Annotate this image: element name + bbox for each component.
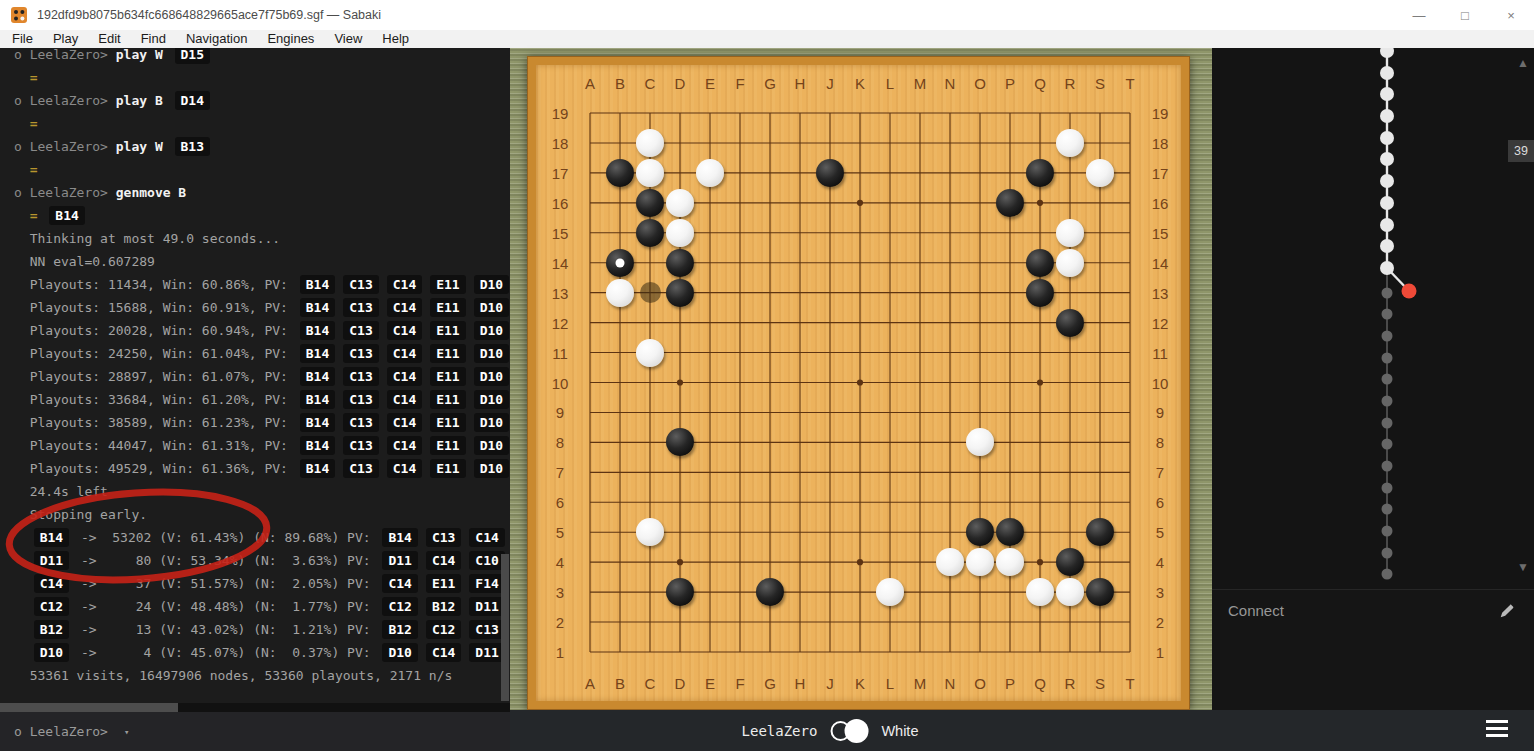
console-text: -> 37 (V: 51.57%) (N: 2.05%) PV:: [73, 576, 378, 591]
board-coordinate: 8: [1156, 434, 1164, 451]
gtp-console-log[interactable]: o LeelaZero> play W D15 =o LeelaZero> pl…: [0, 48, 510, 703]
console-text: [14, 622, 30, 637]
move-chip[interactable]: C12: [34, 597, 69, 616]
board-coordinate: 12: [1152, 314, 1169, 331]
game-tree-graph: [1212, 48, 1534, 589]
console-text: o LeelaZero>: [14, 93, 116, 108]
black-stone-D14: [666, 249, 694, 277]
console-text: genmove B: [116, 185, 186, 200]
move-chip[interactable]: E11: [430, 413, 465, 432]
move-chip[interactable]: D10: [382, 643, 417, 662]
console-text: Playouts: 24250, Win: 61.04%, PV:: [14, 346, 296, 361]
board-coordinate: 2: [556, 614, 564, 631]
white-stone-C18: [636, 129, 664, 157]
tree-node[interactable]: [1382, 396, 1393, 407]
engine-dropdown-arrow[interactable]: ▾: [124, 727, 129, 737]
move-chip[interactable]: C14: [382, 574, 417, 593]
console-text: play B: [116, 93, 171, 108]
board-coordinate: E: [705, 75, 715, 92]
board-coordinate: L: [886, 75, 894, 92]
move-chip[interactable]: C13: [469, 620, 504, 639]
board-coordinate: J: [826, 675, 834, 692]
move-chip[interactable]: C12: [426, 620, 461, 639]
board-coordinate: S: [1095, 75, 1105, 92]
black-stone-G3: [756, 578, 784, 606]
move-chip[interactable]: D11: [34, 551, 69, 570]
console-text: =: [14, 162, 37, 177]
white-stone-N4: [936, 548, 964, 576]
tree-node[interactable]: [1382, 504, 1393, 515]
move-number-badge: 39: [1508, 140, 1534, 162]
board-coordinate: S: [1095, 675, 1105, 692]
menu-edit[interactable]: Edit: [88, 30, 130, 48]
board-coordinate: K: [855, 75, 865, 92]
console-text: -> 4 (V: 45.07%) (N: 0.37%) PV:: [73, 645, 378, 660]
console-line: Playouts: 20028, Win: 60.94%, PV: B14C13…: [14, 319, 510, 342]
board-coordinate: 1: [1156, 644, 1164, 661]
console-line: o LeelaZero> play W D15: [14, 48, 510, 66]
board-grid: [527, 56, 1190, 710]
board-coordinate: Q: [1034, 675, 1046, 692]
board-coordinate: F: [735, 675, 744, 692]
console-text: -> 53202 (V: 61.43%) (N: 89.68%) PV:: [73, 530, 378, 545]
console-text: Playouts: 33684, Win: 61.20%, PV:: [14, 392, 296, 407]
board-coordinate: 6: [1156, 494, 1164, 511]
tree-node[interactable]: [1380, 87, 1394, 101]
console-text: Thinking at most 49.0 seconds...: [14, 231, 280, 246]
move-chip[interactable]: E11: [430, 390, 465, 409]
tree-node[interactable]: [1382, 374, 1393, 385]
move-chip[interactable]: C14: [387, 390, 422, 409]
console-line: C12 -> 24 (V: 48.48%) (N: 1.77%) PV: C12…: [14, 595, 510, 618]
move-chip[interactable]: E11: [430, 275, 465, 294]
board-coordinate: 15: [1152, 224, 1169, 241]
board-coordinate: R: [1065, 675, 1076, 692]
console-line: Playouts: 44047, Win: 61.31%, PV: B14C13…: [14, 434, 510, 457]
move-chip[interactable]: D10: [474, 436, 509, 455]
black-stone-Q17: [1026, 159, 1054, 187]
white-stone-D16: [666, 189, 694, 217]
black-stone-B17: [606, 159, 634, 187]
menu-engines[interactable]: Engines: [257, 30, 324, 48]
goban[interactable]: AABBCCDDEEFFGGHHJJKKLLMMNNOOPPQQRRSSTT19…: [527, 56, 1190, 710]
console-input-bar[interactable]: o LeelaZero> ▾: [0, 712, 510, 751]
move-chip[interactable]: C14: [387, 367, 422, 386]
console-text: [14, 530, 30, 545]
white-stone-B13: [606, 279, 634, 307]
console-text: Playouts: 49529, Win: 61.36%, PV:: [14, 461, 296, 476]
menu-navigation[interactable]: Navigation: [176, 30, 257, 48]
move-chip[interactable]: E11: [430, 367, 465, 386]
move-chip[interactable]: B12: [382, 620, 417, 639]
white-player-ball-icon: [844, 719, 868, 743]
game-tree-panel[interactable]: ▲ ▼ 39: [1212, 48, 1534, 589]
console-text: Playouts: 44047, Win: 61.31%, PV:: [14, 438, 296, 453]
console-line: =: [14, 66, 510, 89]
move-chip[interactable]: D11: [469, 643, 504, 662]
black-stone-Q14: [1026, 249, 1054, 277]
board-coordinate: 16: [1152, 194, 1169, 211]
black-stone-Q13: [1026, 279, 1054, 307]
white-stone-D15: [666, 219, 694, 247]
move-chip[interactable]: E11: [430, 344, 465, 363]
board-coordinate: C: [645, 75, 656, 92]
move-chip[interactable]: C14: [426, 643, 461, 662]
tree-node[interactable]: [1382, 331, 1393, 342]
move-chip[interactable]: C13: [343, 344, 378, 363]
board-coordinate: J: [826, 75, 834, 92]
move-chip[interactable]: B14: [49, 206, 84, 225]
tree-node[interactable]: [1380, 174, 1394, 188]
board-coordinate: 5: [1156, 524, 1164, 541]
tree-scroll-down-icon[interactable]: ▼: [1515, 560, 1531, 574]
menu-play[interactable]: Play: [43, 30, 88, 48]
console-text: o LeelaZero>: [14, 48, 116, 62]
board-coordinate: 13: [1152, 284, 1169, 301]
tree-scroll-up-icon[interactable]: ▲: [1515, 56, 1531, 70]
menu-hamburger-icon[interactable]: [1486, 720, 1508, 740]
move-chip[interactable]: C13: [343, 436, 378, 455]
move-chip[interactable]: E11: [430, 321, 465, 340]
move-chip[interactable]: B14: [300, 367, 335, 386]
console-text: Playouts: 38589, Win: 61.23%, PV:: [14, 415, 296, 430]
console-text: =: [14, 116, 37, 131]
move-chip[interactable]: B14: [300, 413, 335, 432]
board-coordinate: H: [795, 75, 806, 92]
move-chip[interactable]: C14: [469, 528, 504, 547]
white-stone-R14: [1056, 249, 1084, 277]
move-chip[interactable]: C14: [387, 436, 422, 455]
board-coordinate: 10: [1152, 374, 1169, 391]
board-coordinate: 3: [1156, 584, 1164, 601]
tree-node[interactable]: [1380, 218, 1394, 232]
board-coordinate: 14: [552, 254, 569, 271]
console-text: [14, 645, 30, 660]
move-chip[interactable]: D11: [469, 597, 504, 616]
board-coordinate: 10: [552, 374, 569, 391]
white-stone-P4: [996, 548, 1024, 576]
console-line: =: [14, 112, 510, 135]
console-line: o LeelaZero> play B D14: [14, 89, 510, 112]
console-line: Playouts: 24250, Win: 61.04%, PV: B14C13…: [14, 342, 510, 365]
move-chip[interactable]: B14: [300, 459, 335, 478]
board-coordinate: P: [1005, 675, 1015, 692]
menu-file[interactable]: File: [2, 30, 43, 48]
move-chip[interactable]: E11: [430, 436, 465, 455]
move-chip[interactable]: B12: [34, 620, 69, 639]
black-stone-C16: [636, 189, 664, 217]
move-chip[interactable]: C14: [387, 344, 422, 363]
console-line: D10 -> 4 (V: 45.07%) (N: 0.37%) PV: D10C…: [14, 641, 510, 664]
move-chip[interactable]: C13: [343, 321, 378, 340]
move-chip[interactable]: C14: [34, 574, 69, 593]
move-chip[interactable]: D15: [175, 48, 210, 64]
white-stone-Q3: [1026, 578, 1054, 606]
white-stone-L3: [876, 578, 904, 606]
black-stone-C15: [636, 219, 664, 247]
menu-help[interactable]: Help: [372, 30, 419, 48]
move-chip[interactable]: C13: [343, 275, 378, 294]
move-chip[interactable]: B14: [34, 528, 69, 547]
move-chip[interactable]: B14: [300, 298, 335, 317]
tree-node[interactable]: [1380, 109, 1394, 123]
white-stone-E17: [696, 159, 724, 187]
board-coordinate: C: [645, 675, 656, 692]
board-coordinate: 2: [1156, 614, 1164, 631]
board-coordinate: 8: [556, 434, 564, 451]
sabaki-app-icon: [11, 7, 27, 23]
console-text: =: [14, 208, 45, 223]
console-line: Thinking at most 49.0 seconds...: [14, 227, 510, 250]
player-color-toggle[interactable]: [830, 719, 868, 743]
console-line: =: [14, 158, 510, 181]
console-line: Stopping early.: [14, 503, 510, 526]
board-coordinate: A: [585, 675, 595, 692]
black-stone-D3: [666, 578, 694, 606]
move-chip[interactable]: E11: [430, 459, 465, 478]
move-chip[interactable]: C14: [387, 413, 422, 432]
console-text: 24.4s left: [14, 484, 108, 499]
console-text: -> 13 (V: 43.02%) (N: 1.21%) PV:: [73, 622, 378, 637]
console-text: =: [14, 70, 37, 85]
black-stone-R12: [1056, 309, 1084, 337]
move-chip[interactable]: C13: [343, 367, 378, 386]
console-line: o LeelaZero> genmove B: [14, 181, 510, 204]
console-text: Playouts: 11434, Win: 60.86%, PV:: [14, 277, 296, 292]
maximize-button[interactable]: □: [1442, 0, 1488, 30]
tree-current-node[interactable]: [1402, 284, 1417, 299]
board-coordinate: 11: [552, 344, 568, 361]
move-chip[interactable]: B12: [426, 597, 461, 616]
board-coordinate: H: [795, 675, 806, 692]
menu-find[interactable]: Find: [131, 30, 176, 48]
move-chip[interactable]: C13: [343, 459, 378, 478]
tree-node[interactable]: [1380, 48, 1394, 58]
move-chip[interactable]: D11: [382, 551, 417, 570]
console-text: [14, 576, 30, 591]
move-chip[interactable]: B14: [300, 390, 335, 409]
edit-pencil-icon[interactable]: [1498, 602, 1516, 620]
sabaki-window: 192dfd9b8075b634fc668648829665ace7f75b69…: [0, 0, 1534, 751]
board-coordinate: 12: [552, 314, 569, 331]
ghost-stone-marker: [640, 282, 661, 303]
board-coordinate: A: [585, 75, 595, 92]
console-text: o LeelaZero>: [14, 185, 116, 200]
white-stone-R3: [1056, 578, 1084, 606]
move-chip[interactable]: B14: [300, 436, 335, 455]
tree-node[interactable]: [1382, 353, 1393, 364]
board-coordinate: 9: [556, 404, 564, 421]
tree-node[interactable]: [1382, 569, 1393, 580]
move-chip[interactable]: C14: [387, 459, 422, 478]
move-chip[interactable]: C14: [426, 551, 461, 570]
tree-node[interactable]: [1382, 418, 1393, 429]
move-chip[interactable]: E11: [426, 574, 461, 593]
tree-node[interactable]: [1382, 288, 1393, 299]
title-bar: 192dfd9b8075b634fc668648829665ace7f75b69…: [0, 0, 1534, 30]
board-coordinate: M: [914, 675, 927, 692]
console-horizontal-scrollbar[interactable]: [0, 703, 510, 712]
tree-node[interactable]: [1380, 131, 1394, 145]
move-chip[interactable]: C14: [387, 275, 422, 294]
node-title: Connect: [1228, 602, 1284, 619]
move-chip[interactable]: B14: [382, 528, 417, 547]
board-coordinate: 7: [1156, 464, 1164, 481]
board-coordinate: 19: [1152, 105, 1169, 122]
move-chip[interactable]: B13: [175, 137, 210, 156]
black-stone-R4: [1056, 548, 1084, 576]
board-coordinate: T: [1125, 75, 1134, 92]
console-text: [14, 599, 30, 614]
move-chip[interactable]: B14: [300, 275, 335, 294]
console-text: play W: [116, 139, 171, 154]
board-coordinate: 17: [552, 164, 569, 181]
board-coordinate: 13: [552, 284, 569, 301]
menu-view[interactable]: View: [324, 30, 372, 48]
move-chip[interactable]: E11: [430, 298, 465, 317]
console-line: Playouts: 15688, Win: 60.91%, PV: B14C13…: [14, 296, 510, 319]
minimize-button[interactable]: —: [1396, 0, 1442, 30]
tree-node[interactable]: [1382, 483, 1393, 494]
move-chip[interactable]: D10: [474, 344, 509, 363]
board-coordinate: F: [735, 75, 744, 92]
board-coordinate: R: [1065, 75, 1076, 92]
white-stone-R18: [1056, 129, 1084, 157]
board-coordinate: 15: [552, 224, 569, 241]
board-coordinate: 5: [556, 524, 564, 541]
tree-node[interactable]: [1382, 461, 1393, 472]
board-coordinate: 1: [556, 644, 564, 661]
white-stone-O4: [966, 548, 994, 576]
board-coordinate: 17: [1152, 164, 1169, 181]
window-title: 192dfd9b8075b634fc668648829665ace7f75b69…: [37, 8, 381, 22]
board-coordinate: 4: [556, 554, 564, 571]
tree-node[interactable]: [1380, 261, 1394, 275]
console-line: B14 -> 53202 (V: 61.43%) (N: 89.68%) PV:…: [14, 526, 510, 549]
console-text: NN eval=0.607289: [14, 254, 155, 269]
console-text: 53361 visits, 16497906 nodes, 53360 play…: [14, 668, 452, 683]
black-stone-P16: [996, 189, 1024, 217]
board-coordinate: 18: [1152, 134, 1169, 151]
tree-node[interactable]: [1382, 309, 1393, 320]
black-stone-S3: [1086, 578, 1114, 606]
tree-node[interactable]: [1380, 152, 1394, 166]
console-text: o LeelaZero>: [14, 139, 116, 154]
move-chip[interactable]: C14: [387, 298, 422, 317]
move-chip[interactable]: C10: [469, 551, 504, 570]
board-coordinate: Q: [1034, 75, 1046, 92]
board-coordinate: O: [974, 75, 986, 92]
board-coordinate: D: [675, 675, 686, 692]
board-coordinate: G: [764, 75, 776, 92]
board-coordinate: 4: [1156, 554, 1164, 571]
move-chip[interactable]: C12: [382, 597, 417, 616]
board-coordinate: B: [615, 675, 625, 692]
white-stone-C11: [636, 339, 664, 367]
board-coordinate: N: [945, 675, 956, 692]
tree-node[interactable]: [1380, 66, 1394, 80]
board-coordinate: 3: [556, 584, 564, 601]
gtp-console-panel: o LeelaZero> play W D15 =o LeelaZero> pl…: [0, 48, 510, 751]
console-line: Playouts: 49529, Win: 61.36%, PV: B14C13…: [14, 457, 510, 480]
move-chip[interactable]: D10: [474, 275, 509, 294]
black-stone-J17: [816, 159, 844, 187]
board-coordinate: N: [945, 75, 956, 92]
console-text: play W: [116, 48, 171, 62]
board-coordinate: T: [1125, 675, 1134, 692]
console-line: Playouts: 11434, Win: 60.86%, PV: B14C13…: [14, 273, 510, 296]
console-line: Playouts: 33684, Win: 61.20%, PV: B14C13…: [14, 388, 510, 411]
menu-bar: FilePlayEditFindNavigationEnginesViewHel…: [0, 30, 1534, 48]
console-prompt: o LeelaZero>: [14, 724, 108, 739]
board-coordinate: 6: [556, 494, 564, 511]
close-button[interactable]: ×: [1488, 0, 1534, 30]
sidebar-panel: ▲ ▼ 39 Connect: [1212, 48, 1534, 751]
console-line: o LeelaZero> play W B13: [14, 135, 510, 158]
tree-node[interactable]: [1380, 196, 1394, 210]
console-vertical-scrollbar[interactable]: [501, 554, 509, 701]
move-chip[interactable]: D10: [474, 298, 509, 317]
tree-node[interactable]: [1382, 526, 1393, 537]
board-coordinate: O: [974, 675, 986, 692]
move-chip[interactable]: F14: [469, 574, 504, 593]
black-stone-D13: [666, 279, 694, 307]
tree-node[interactable]: [1380, 239, 1394, 253]
console-line: NN eval=0.607289: [14, 250, 510, 273]
move-chip[interactable]: D10: [34, 643, 69, 662]
engine-name-label: LeelaZero: [742, 723, 818, 739]
board-coordinate: B: [615, 75, 625, 92]
move-chip[interactable]: D10: [474, 321, 509, 340]
main-area: o LeelaZero> play W D15 =o LeelaZero> pl…: [0, 48, 1534, 751]
move-chip[interactable]: C13: [343, 390, 378, 409]
board-coordinate: P: [1005, 75, 1015, 92]
console-text: -> 80 (V: 53.34%) (N: 3.63%) PV:: [73, 553, 378, 568]
board-coordinate: 11: [1152, 344, 1168, 361]
black-stone-B14: [606, 249, 634, 277]
board-coordinate: K: [855, 675, 865, 692]
move-chip[interactable]: C13: [426, 528, 461, 547]
move-chip[interactable]: B14: [300, 344, 335, 363]
last-move-marker: [616, 258, 625, 267]
console-horizontal-scrollbar-thumb[interactable]: [0, 703, 178, 712]
move-chip[interactable]: C13: [343, 298, 378, 317]
move-chip[interactable]: D14: [175, 91, 210, 110]
console-text: -> 24 (V: 48.48%) (N: 1.77%) PV:: [73, 599, 378, 614]
move-chip[interactable]: B14: [300, 321, 335, 340]
board-coordinate: L: [886, 675, 894, 692]
console-line: C14 -> 37 (V: 51.57%) (N: 2.05%) PV: C14…: [14, 572, 510, 595]
tree-node[interactable]: [1382, 439, 1393, 450]
tree-node[interactable]: [1382, 548, 1393, 559]
board-coordinate: M: [914, 75, 927, 92]
console-text: Playouts: 20028, Win: 60.94%, PV:: [14, 323, 296, 338]
move-chip[interactable]: D10: [474, 390, 509, 409]
white-stone-C17: [636, 159, 664, 187]
move-chip[interactable]: C14: [387, 321, 422, 340]
console-text: Stopping early.: [14, 507, 147, 522]
move-chip[interactable]: D10: [474, 367, 509, 386]
console-line: 24.4s left: [14, 480, 510, 503]
move-chip[interactable]: C13: [343, 413, 378, 432]
board-coordinate: 7: [556, 464, 564, 481]
move-chip[interactable]: D10: [474, 459, 509, 478]
board-coordinate: 9: [1156, 404, 1164, 421]
board-coordinate: G: [764, 675, 776, 692]
move-chip[interactable]: D10: [474, 413, 509, 432]
console-line: Playouts: 28897, Win: 61.07%, PV: B14C13…: [14, 365, 510, 388]
board-coordinate: 14: [1152, 254, 1169, 271]
